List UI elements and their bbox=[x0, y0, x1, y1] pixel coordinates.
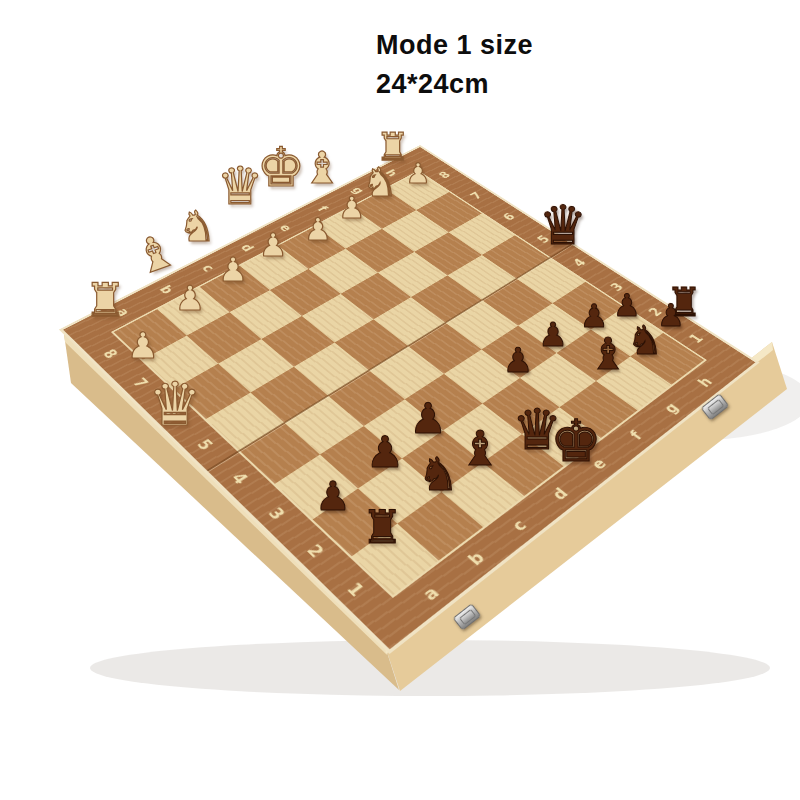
light-king-e8: ♚ bbox=[257, 141, 305, 195]
light-queen-a5: ♛ bbox=[148, 374, 202, 434]
light-knight-g8: ♞ bbox=[362, 162, 398, 202]
light-pawn-a7: ♟ bbox=[127, 328, 159, 364]
dark-knight-g3: ♞ bbox=[627, 320, 663, 360]
dark-king-e2: ♚ bbox=[550, 412, 602, 470]
caption-line-2: 24*24cm bbox=[376, 69, 489, 99]
metal-clasp-1 bbox=[453, 603, 482, 630]
light-queen-d8: ♛ bbox=[217, 160, 264, 212]
dark-bishop-c2: ♝ bbox=[458, 424, 501, 472]
light-pawn-e7: ♟ bbox=[304, 214, 332, 245]
dark-pawn-c3: ♟ bbox=[409, 398, 447, 440]
light-knight-c8: ♞ bbox=[178, 206, 216, 248]
light-pawn-c7: ♟ bbox=[218, 253, 248, 286]
dark-knight-b1: ♞ bbox=[417, 451, 458, 497]
light-pawn-b7: ♟ bbox=[175, 281, 205, 315]
dark-pawn-b3: ♟ bbox=[366, 431, 405, 474]
dark-pawn-d4: ♟ bbox=[503, 343, 533, 377]
light-pawn-d7: ♟ bbox=[259, 229, 288, 261]
light-rook-a8: ♜ bbox=[84, 277, 125, 323]
product-photo-scene: Mode 1 size 24*24cm abcdefgh abcdefgh 87… bbox=[0, 0, 800, 800]
dark-pawn-f4: ♟ bbox=[580, 300, 609, 332]
dark-pawn-a2: ♟ bbox=[315, 476, 351, 516]
dark-bishop-e3: ♝ bbox=[588, 332, 627, 376]
product-caption: Mode 1 size 24*24cm bbox=[376, 26, 533, 104]
light-pawn-h7: ♟ bbox=[405, 160, 430, 188]
dark-queen-h5: ♛ bbox=[539, 199, 587, 253]
caption-line-1: Mode 1 size bbox=[376, 30, 533, 60]
ground-shadow bbox=[90, 640, 770, 696]
light-bishop-f8: ♝ bbox=[302, 146, 341, 190]
light-pawn-f7: ♟ bbox=[339, 193, 366, 223]
light-bishop-b8: ♝ bbox=[128, 225, 182, 282]
dark-pawn-e4: ♟ bbox=[538, 318, 568, 351]
dark-rook-a1: ♜ bbox=[361, 504, 402, 550]
